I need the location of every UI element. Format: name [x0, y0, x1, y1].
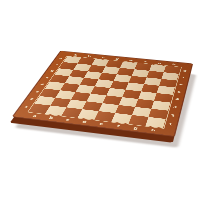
product-photo-background: abcdefgh8877665544332211abcdefgh	[0, 0, 200, 200]
coord-file-h-bottom: h	[143, 126, 163, 134]
frame-corner	[161, 128, 175, 136]
